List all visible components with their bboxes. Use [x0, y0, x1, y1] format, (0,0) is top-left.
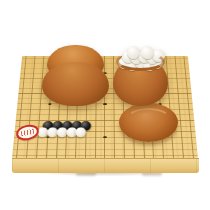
go-set-product-photo[interactable] — [0, 0, 210, 210]
closed-stone-bowl — [42, 45, 109, 106]
board-front-edge — [12, 158, 199, 173]
bowl-body — [42, 62, 109, 106]
bowl-rim — [116, 52, 165, 71]
open-stone-bowl — [113, 47, 168, 106]
upturned-bowl-lid — [119, 103, 178, 142]
hoshi-point — [103, 136, 106, 138]
